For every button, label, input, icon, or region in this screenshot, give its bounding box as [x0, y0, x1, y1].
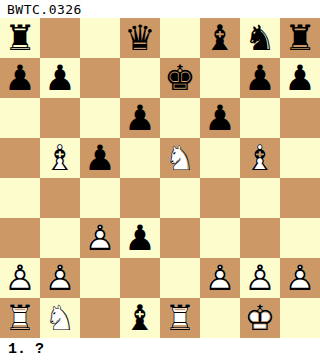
piece-black-knight: ♞: [240, 18, 280, 58]
piece-black-bishop: ♝: [120, 298, 160, 338]
square-g6[interactable]: [240, 98, 280, 138]
square-d8[interactable]: ♛: [120, 18, 160, 58]
square-c2[interactable]: [80, 258, 120, 298]
square-e7[interactable]: ♚: [160, 58, 200, 98]
square-c8[interactable]: [80, 18, 120, 58]
square-f5[interactable]: [200, 138, 240, 178]
square-d2[interactable]: [120, 258, 160, 298]
square-c4[interactable]: [80, 178, 120, 218]
square-h5[interactable]: [280, 138, 320, 178]
piece-white-pawn: ♟♙: [200, 258, 240, 298]
move-prompt: 1. ?: [8, 341, 44, 358]
square-g4[interactable]: [240, 178, 280, 218]
piece-black-pawn: ♟: [80, 138, 120, 178]
square-h2[interactable]: ♟♙: [280, 258, 320, 298]
square-a2[interactable]: ♟♙: [0, 258, 40, 298]
square-a6[interactable]: [0, 98, 40, 138]
square-g1[interactable]: ♚♔: [240, 298, 280, 338]
square-e2[interactable]: [160, 258, 200, 298]
square-b1[interactable]: ♞♘: [40, 298, 80, 338]
square-h3[interactable]: [280, 218, 320, 258]
square-a8[interactable]: ♜: [0, 18, 40, 58]
square-a7[interactable]: ♟: [0, 58, 40, 98]
square-c6[interactable]: [80, 98, 120, 138]
title-bar: BWTC.0326: [0, 0, 320, 18]
square-c5[interactable]: ♟: [80, 138, 120, 178]
piece-black-pawn: ♟: [200, 98, 240, 138]
piece-black-bishop: ♝: [200, 18, 240, 58]
square-b7[interactable]: ♟: [40, 58, 80, 98]
square-e3[interactable]: [160, 218, 200, 258]
square-e1[interactable]: ♜♖: [160, 298, 200, 338]
square-e8[interactable]: [160, 18, 200, 58]
square-b6[interactable]: [40, 98, 80, 138]
piece-black-pawn: ♟: [120, 218, 160, 258]
square-d7[interactable]: [120, 58, 160, 98]
square-b8[interactable]: [40, 18, 80, 58]
status-bar: 1. ?: [0, 338, 320, 360]
piece-black-pawn: ♟: [120, 98, 160, 138]
piece-white-pawn: ♟♙: [240, 258, 280, 298]
piece-white-pawn: ♟♙: [0, 258, 40, 298]
square-c7[interactable]: [80, 58, 120, 98]
square-e4[interactable]: [160, 178, 200, 218]
square-a3[interactable]: [0, 218, 40, 258]
square-a1[interactable]: ♜♖: [0, 298, 40, 338]
piece-black-pawn: ♟: [240, 58, 280, 98]
piece-white-rook: ♜♖: [0, 298, 40, 338]
piece-white-pawn: ♟♙: [40, 258, 80, 298]
square-a5[interactable]: [0, 138, 40, 178]
square-f1[interactable]: [200, 298, 240, 338]
piece-white-bishop: ♝♗: [240, 138, 280, 178]
square-f8[interactable]: ♝: [200, 18, 240, 58]
square-f4[interactable]: [200, 178, 240, 218]
piece-black-pawn: ♟: [0, 58, 40, 98]
square-b3[interactable]: [40, 218, 80, 258]
square-d5[interactable]: [120, 138, 160, 178]
square-b5[interactable]: ♝♗: [40, 138, 80, 178]
chess-board: ♜♛♝♞♜♟♟♚♟♟♟♟♝♗♟♞♘♝♗♟♙♟♟♙♟♙♟♙♟♙♟♙♜♖♞♘♝♜♖♚…: [0, 18, 320, 338]
piece-black-queen: ♛: [120, 18, 160, 58]
tactics-trainer-window: BWTC.0326 ♜♛♝♞♜♟♟♚♟♟♟♟♝♗♟♞♘♝♗♟♙♟♟♙♟♙♟♙♟♙…: [0, 0, 320, 360]
piece-white-knight: ♞♘: [40, 298, 80, 338]
square-e5[interactable]: ♞♘: [160, 138, 200, 178]
piece-white-pawn: ♟♙: [80, 218, 120, 258]
square-f3[interactable]: [200, 218, 240, 258]
square-g7[interactable]: ♟: [240, 58, 280, 98]
piece-black-rook: ♜: [0, 18, 40, 58]
puzzle-title: BWTC.0326: [7, 2, 82, 17]
square-b2[interactable]: ♟♙: [40, 258, 80, 298]
square-c3[interactable]: ♟♙: [80, 218, 120, 258]
square-b4[interactable]: [40, 178, 80, 218]
square-d1[interactable]: ♝: [120, 298, 160, 338]
square-h1[interactable]: [280, 298, 320, 338]
piece-white-king: ♚♔: [240, 298, 280, 338]
square-g3[interactable]: [240, 218, 280, 258]
square-f7[interactable]: [200, 58, 240, 98]
square-g2[interactable]: ♟♙: [240, 258, 280, 298]
square-h6[interactable]: [280, 98, 320, 138]
piece-white-bishop: ♝♗: [40, 138, 80, 178]
square-d4[interactable]: [120, 178, 160, 218]
piece-black-pawn: ♟: [40, 58, 80, 98]
square-e6[interactable]: [160, 98, 200, 138]
piece-white-rook: ♜♖: [160, 298, 200, 338]
square-d6[interactable]: ♟: [120, 98, 160, 138]
piece-black-king: ♚: [160, 58, 200, 98]
piece-white-pawn: ♟♙: [280, 258, 320, 298]
square-c1[interactable]: [80, 298, 120, 338]
square-g8[interactable]: ♞: [240, 18, 280, 58]
piece-white-knight: ♞♘: [160, 138, 200, 178]
piece-black-rook: ♜: [280, 18, 320, 58]
square-f6[interactable]: ♟: [200, 98, 240, 138]
square-h4[interactable]: [280, 178, 320, 218]
piece-black-pawn: ♟: [280, 58, 320, 98]
square-a4[interactable]: [0, 178, 40, 218]
square-g5[interactable]: ♝♗: [240, 138, 280, 178]
square-f2[interactable]: ♟♙: [200, 258, 240, 298]
square-h7[interactable]: ♟: [280, 58, 320, 98]
square-h8[interactable]: ♜: [280, 18, 320, 58]
square-d3[interactable]: ♟: [120, 218, 160, 258]
